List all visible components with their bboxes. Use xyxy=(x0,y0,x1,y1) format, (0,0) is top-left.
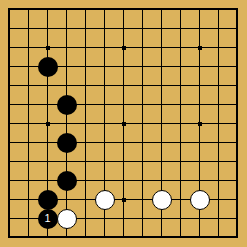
move-number-label: 1 xyxy=(44,213,50,224)
intersection-L2 xyxy=(190,209,209,228)
intersection-E2 xyxy=(76,209,95,228)
intersection-J12 xyxy=(152,19,171,38)
intersection-B12 xyxy=(19,19,38,38)
intersection-F9 xyxy=(95,76,114,95)
intersection-G8 xyxy=(114,95,133,114)
intersection-E13 xyxy=(76,0,95,19)
black-stone-C3 xyxy=(38,190,58,210)
intersection-H13 xyxy=(133,0,152,19)
intersection-M10 xyxy=(209,57,228,76)
intersection-M3 xyxy=(209,190,228,209)
intersection-D3 xyxy=(57,190,76,209)
intersection-D2 xyxy=(57,209,76,228)
intersection-C3 xyxy=(38,190,57,209)
intersection-L3 xyxy=(190,190,209,209)
intersection-C5 xyxy=(38,152,57,171)
intersection-N5 xyxy=(228,152,247,171)
intersection-L10 xyxy=(190,57,209,76)
intersection-K9 xyxy=(171,76,190,95)
intersection-D13 xyxy=(57,0,76,19)
intersection-G11 xyxy=(114,38,133,57)
hoshi-point xyxy=(46,46,50,50)
intersection-M6 xyxy=(209,133,228,152)
intersection-G3 xyxy=(114,190,133,209)
intersection-H8 xyxy=(133,95,152,114)
intersection-J8 xyxy=(152,95,171,114)
intersection-H9 xyxy=(133,76,152,95)
intersection-L6 xyxy=(190,133,209,152)
intersection-N1 xyxy=(228,228,247,247)
intersection-H12 xyxy=(133,19,152,38)
intersection-A12 xyxy=(0,19,19,38)
intersection-G13 xyxy=(114,0,133,19)
intersection-E6 xyxy=(76,133,95,152)
intersection-B10 xyxy=(19,57,38,76)
intersection-F4 xyxy=(95,171,114,190)
intersection-J13 xyxy=(152,0,171,19)
intersection-C8 xyxy=(38,95,57,114)
intersection-E1 xyxy=(76,228,95,247)
intersection-L4 xyxy=(190,171,209,190)
intersection-D12 xyxy=(57,19,76,38)
intersection-H2 xyxy=(133,209,152,228)
intersection-K8 xyxy=(171,95,190,114)
intersection-K1 xyxy=(171,228,190,247)
intersection-E7 xyxy=(76,114,95,133)
intersection-A13 xyxy=(0,0,19,19)
intersection-C12 xyxy=(38,19,57,38)
intersection-N6 xyxy=(228,133,247,152)
intersection-L9 xyxy=(190,76,209,95)
hoshi-point xyxy=(122,198,126,202)
intersection-J9 xyxy=(152,76,171,95)
intersection-A4 xyxy=(0,171,19,190)
intersection-J6 xyxy=(152,133,171,152)
intersection-D8 xyxy=(57,95,76,114)
intersection-F8 xyxy=(95,95,114,114)
intersection-D6 xyxy=(57,133,76,152)
intersection-H7 xyxy=(133,114,152,133)
hoshi-point xyxy=(198,46,202,50)
intersection-J5 xyxy=(152,152,171,171)
intersection-F5 xyxy=(95,152,114,171)
intersection-C11 xyxy=(38,38,57,57)
intersection-M8 xyxy=(209,95,228,114)
black-stone-D4 xyxy=(57,171,77,191)
intersection-B4 xyxy=(19,171,38,190)
intersection-B7 xyxy=(19,114,38,133)
intersection-C13 xyxy=(38,0,57,19)
intersection-J4 xyxy=(152,171,171,190)
intersection-K13 xyxy=(171,0,190,19)
intersection-K5 xyxy=(171,152,190,171)
intersection-A9 xyxy=(0,76,19,95)
hoshi-point xyxy=(122,46,126,50)
intersection-K7 xyxy=(171,114,190,133)
intersection-C1 xyxy=(38,228,57,247)
intersection-C9 xyxy=(38,76,57,95)
intersection-E8 xyxy=(76,95,95,114)
intersection-M9 xyxy=(209,76,228,95)
intersection-A10 xyxy=(0,57,19,76)
intersection-K3 xyxy=(171,190,190,209)
intersection-C10 xyxy=(38,57,57,76)
intersection-F11 xyxy=(95,38,114,57)
intersection-G9 xyxy=(114,76,133,95)
intersection-A7 xyxy=(0,114,19,133)
intersection-N12 xyxy=(228,19,247,38)
intersection-G12 xyxy=(114,19,133,38)
intersection-L7 xyxy=(190,114,209,133)
hoshi-point xyxy=(122,122,126,126)
intersection-K2 xyxy=(171,209,190,228)
intersection-N8 xyxy=(228,95,247,114)
intersection-C7 xyxy=(38,114,57,133)
white-stone-J3 xyxy=(152,190,172,210)
intersection-N2 xyxy=(228,209,247,228)
intersection-F2 xyxy=(95,209,114,228)
white-stone-D2 xyxy=(57,209,77,229)
intersection-F12 xyxy=(95,19,114,38)
white-stone-L3 xyxy=(190,190,210,210)
intersection-G7 xyxy=(114,114,133,133)
intersection-B11 xyxy=(19,38,38,57)
intersection-G1 xyxy=(114,228,133,247)
intersection-A2 xyxy=(0,209,19,228)
intersection-L13 xyxy=(190,0,209,19)
intersection-N4 xyxy=(228,171,247,190)
black-stone-D8 xyxy=(57,95,77,115)
intersection-J11 xyxy=(152,38,171,57)
intersection-H6 xyxy=(133,133,152,152)
intersection-J3 xyxy=(152,190,171,209)
intersection-J10 xyxy=(152,57,171,76)
intersection-D9 xyxy=(57,76,76,95)
intersection-J2 xyxy=(152,209,171,228)
intersection-D5 xyxy=(57,152,76,171)
intersection-H11 xyxy=(133,38,152,57)
intersection-G4 xyxy=(114,171,133,190)
intersection-E12 xyxy=(76,19,95,38)
intersection-D7 xyxy=(57,114,76,133)
hoshi-point xyxy=(46,122,50,126)
intersection-E9 xyxy=(76,76,95,95)
intersection-G10 xyxy=(114,57,133,76)
intersection-G6 xyxy=(114,133,133,152)
intersection-J7 xyxy=(152,114,171,133)
intersection-E11 xyxy=(76,38,95,57)
intersection-K6 xyxy=(171,133,190,152)
intersection-K4 xyxy=(171,171,190,190)
intersection-F13 xyxy=(95,0,114,19)
intersection-B6 xyxy=(19,133,38,152)
intersection-G5 xyxy=(114,152,133,171)
intersection-D1 xyxy=(57,228,76,247)
intersection-L12 xyxy=(190,19,209,38)
intersection-B2 xyxy=(19,209,38,228)
intersection-L1 xyxy=(190,228,209,247)
intersection-A3 xyxy=(0,190,19,209)
intersection-K11 xyxy=(171,38,190,57)
intersection-A11 xyxy=(0,38,19,57)
intersection-D4 xyxy=(57,171,76,190)
intersection-B8 xyxy=(19,95,38,114)
intersection-B5 xyxy=(19,152,38,171)
intersection-H1 xyxy=(133,228,152,247)
go-diagram: 1 xyxy=(0,0,247,247)
intersection-N9 xyxy=(228,76,247,95)
black-stone-C2: 1 xyxy=(38,209,58,229)
white-stone-F3 xyxy=(95,190,115,210)
intersection-M1 xyxy=(209,228,228,247)
intersection-M7 xyxy=(209,114,228,133)
intersection-F6 xyxy=(95,133,114,152)
intersection-L11 xyxy=(190,38,209,57)
intersection-E3 xyxy=(76,190,95,209)
intersection-L8 xyxy=(190,95,209,114)
intersection-M2 xyxy=(209,209,228,228)
intersection-M5 xyxy=(209,152,228,171)
intersection-E5 xyxy=(76,152,95,171)
intersection-N10 xyxy=(228,57,247,76)
intersection-F10 xyxy=(95,57,114,76)
go-board: 1 xyxy=(0,0,247,247)
intersection-H10 xyxy=(133,57,152,76)
intersection-A8 xyxy=(0,95,19,114)
intersection-A5 xyxy=(0,152,19,171)
intersection-D11 xyxy=(57,38,76,57)
intersection-M13 xyxy=(209,0,228,19)
hoshi-point xyxy=(198,122,202,126)
intersection-E4 xyxy=(76,171,95,190)
intersection-L5 xyxy=(190,152,209,171)
intersection-F1 xyxy=(95,228,114,247)
intersection-F7 xyxy=(95,114,114,133)
intersection-M12 xyxy=(209,19,228,38)
intersection-K12 xyxy=(171,19,190,38)
intersection-J1 xyxy=(152,228,171,247)
intersection-B1 xyxy=(19,228,38,247)
intersection-N13 xyxy=(228,0,247,19)
intersection-A1 xyxy=(0,228,19,247)
intersection-E10 xyxy=(76,57,95,76)
intersection-N7 xyxy=(228,114,247,133)
black-stone-C10 xyxy=(38,57,58,77)
intersection-D10 xyxy=(57,57,76,76)
intersection-A6 xyxy=(0,133,19,152)
intersection-M11 xyxy=(209,38,228,57)
intersection-M4 xyxy=(209,171,228,190)
intersection-N11 xyxy=(228,38,247,57)
intersection-G2 xyxy=(114,209,133,228)
intersection-B13 xyxy=(19,0,38,19)
intersection-K10 xyxy=(171,57,190,76)
intersection-N3 xyxy=(228,190,247,209)
black-stone-D6 xyxy=(57,133,77,153)
intersection-H5 xyxy=(133,152,152,171)
intersection-B9 xyxy=(19,76,38,95)
intersection-C6 xyxy=(38,133,57,152)
intersection-B3 xyxy=(19,190,38,209)
intersection-F3 xyxy=(95,190,114,209)
intersection-C2: 1 xyxy=(38,209,57,228)
intersection-C4 xyxy=(38,171,57,190)
intersection-H4 xyxy=(133,171,152,190)
intersection-H3 xyxy=(133,190,152,209)
